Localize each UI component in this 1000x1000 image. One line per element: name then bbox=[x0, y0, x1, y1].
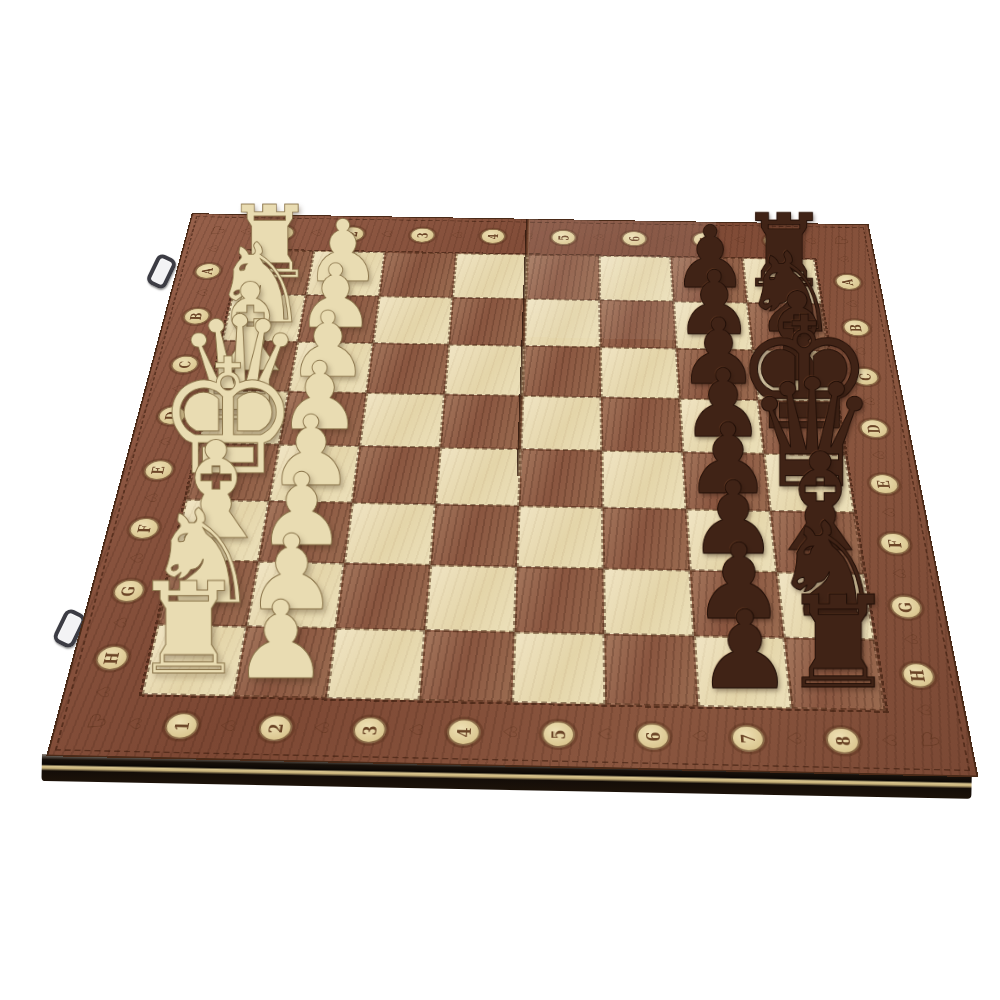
rank-label-bottom-6: 6 bbox=[636, 723, 671, 750]
carved-heart-ornament: ♡ bbox=[591, 234, 605, 242]
piece-black-rook[interactable]: ♜ bbox=[735, 578, 941, 706]
square-b5[interactable] bbox=[524, 299, 600, 347]
square-e4[interactable] bbox=[436, 448, 521, 506]
chess-board: 1122334455667788AABBCCDDEEFFGGHH♡♡♡♡♡♡♡♡… bbox=[49, 214, 977, 775]
rank-label-bottom-3: 3 bbox=[351, 716, 387, 743]
square-c4[interactable] bbox=[445, 345, 525, 396]
square-g4[interactable] bbox=[425, 565, 517, 632]
rank-label-bottom-7: 7 bbox=[730, 725, 766, 753]
square-d5[interactable] bbox=[521, 396, 602, 451]
rank-label-bottom-2: 2 bbox=[257, 714, 294, 741]
carved-heart-ornament: ♡ bbox=[78, 710, 111, 736]
rank-label-bottom-8: 8 bbox=[824, 727, 861, 755]
rank-label-bottom-1: 1 bbox=[162, 712, 201, 739]
square-a4[interactable] bbox=[453, 253, 528, 298]
square-a5[interactable] bbox=[526, 255, 600, 301]
carved-heart-ornament: ♡ bbox=[878, 733, 899, 747]
rank-label-top-5: 5 bbox=[551, 230, 576, 245]
piece-white-pawn[interactable]: ♟ bbox=[179, 586, 383, 694]
rank-label-bottom-4: 4 bbox=[446, 719, 481, 746]
square-h4[interactable] bbox=[419, 630, 514, 702]
carved-heart-ornament: ♡ bbox=[311, 721, 331, 735]
square-h5[interactable] bbox=[512, 632, 605, 704]
product-photo-scene: 1122334455667788AABBCCDDEEFFGGHH♡♡♡♡♡♡♡♡… bbox=[0, 0, 1000, 1000]
square-g5[interactable] bbox=[515, 567, 605, 634]
carved-heart-ornament: ♡ bbox=[406, 723, 426, 737]
rank-label-bottom-5: 5 bbox=[541, 721, 575, 748]
square-h2[interactable]: ♟ bbox=[234, 626, 336, 698]
square-b4[interactable] bbox=[449, 298, 526, 346]
square-c5[interactable] bbox=[523, 346, 601, 397]
square-h8[interactable]: ♜ bbox=[784, 638, 885, 711]
carved-heart-ornament: ♡ bbox=[595, 727, 614, 741]
carved-heart-ornament: ♡ bbox=[784, 731, 804, 745]
carved-heart-ornament: ♡ bbox=[689, 729, 709, 743]
carved-heart-ornament: ♡ bbox=[912, 728, 945, 754]
square-d4[interactable] bbox=[440, 394, 523, 449]
carved-heart-ornament: ♡ bbox=[123, 717, 145, 731]
carved-heart-ornament: ♡ bbox=[449, 231, 464, 239]
carved-heart-ornament: ♡ bbox=[217, 719, 238, 733]
rank-label-top-4: 4 bbox=[480, 229, 506, 244]
